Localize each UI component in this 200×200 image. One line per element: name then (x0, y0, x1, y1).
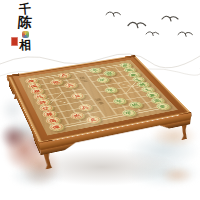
red-soldier-piece[interactable]: 兵 (63, 82, 78, 90)
river-label-han: 漢界 (93, 98, 106, 107)
red-cannon-piece[interactable]: 炮 (48, 78, 63, 85)
green-soldier-piece[interactable]: 卒 (88, 67, 103, 74)
green-cannon-piece[interactable]: 砲 (101, 70, 116, 77)
red-soldier-piece[interactable]: 兵 (84, 115, 101, 124)
red-horse-piece[interactable]: 傌 (44, 116, 61, 125)
product-photo-scene: 千 陈 相 (0, 0, 200, 200)
green-soldier-piece[interactable]: 卒 (111, 97, 128, 105)
red-elephant-piece[interactable]: 相 (41, 110, 58, 119)
red-cannon-piece[interactable]: 炮 (68, 111, 85, 120)
red-soldier-piece[interactable]: 兵 (76, 103, 93, 112)
green-cannon-piece[interactable]: 砲 (126, 101, 143, 110)
red-advisor-piece[interactable]: 仕 (38, 104, 54, 113)
green-soldier-piece[interactable]: 卒 (95, 76, 110, 83)
red-elephant-piece[interactable]: 相 (29, 87, 44, 95)
red-advisor-piece[interactable]: 仕 (32, 92, 48, 100)
red-chariot-piece[interactable]: 俥 (47, 122, 64, 132)
red-general-piece[interactable]: 帥 (35, 98, 51, 106)
green-chariot-piece[interactable]: 車 (154, 102, 172, 111)
green-soldier-piece[interactable]: 卒 (102, 86, 118, 94)
red-soldier-piece[interactable]: 兵 (56, 72, 71, 79)
green-horse-piece[interactable]: 馬 (149, 96, 166, 104)
board-frame: 楚河 漢界 車馬象士將士象馬車砲砲卒卒卒卒卒兵兵兵兵兵炮炮俥傌相仕帥仕相傌俥 (8, 55, 191, 143)
green-soldier-piece[interactable]: 卒 (120, 108, 138, 117)
xiangqi-table: 楚河 漢界 車馬象士將士象馬車砲砲卒卒卒卒卒兵兵兵兵兵炮炮俥傌相仕帥仕相傌俥 (0, 0, 200, 200)
red-soldier-piece[interactable]: 兵 (69, 92, 85, 100)
